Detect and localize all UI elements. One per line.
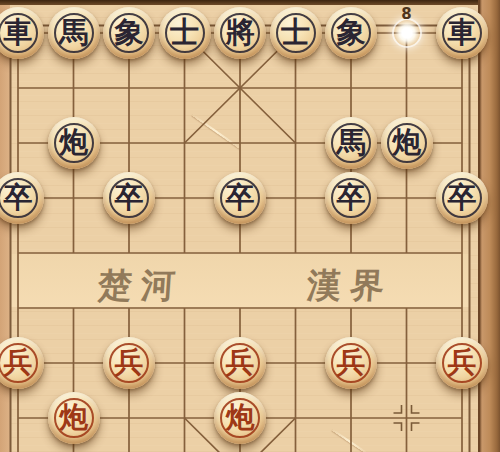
piece-glyph: 卒 bbox=[103, 172, 155, 224]
xiangqi-board[interactable]: 楚河 漢界 8 車馬象士將士象車炮馬炮卒卒卒卒卒兵兵兵兵兵炮炮 bbox=[0, 0, 500, 452]
piece-black-soldier[interactable]: 卒 bbox=[325, 172, 377, 224]
piece-black-soldier[interactable]: 卒 bbox=[0, 172, 44, 224]
piece-glyph: 車 bbox=[436, 7, 488, 59]
piece-black-soldier[interactable]: 卒 bbox=[103, 172, 155, 224]
piece-glyph: 炮 bbox=[381, 117, 433, 169]
piece-black-advisor[interactable]: 士 bbox=[159, 7, 211, 59]
piece-red-soldier[interactable]: 兵 bbox=[436, 337, 488, 389]
piece-glyph: 卒 bbox=[436, 172, 488, 224]
piece-red-cannon[interactable]: 炮 bbox=[214, 392, 266, 444]
piece-black-chariot[interactable]: 車 bbox=[0, 7, 44, 59]
piece-glyph: 兵 bbox=[436, 337, 488, 389]
piece-glyph: 炮 bbox=[48, 117, 100, 169]
piece-glyph: 士 bbox=[159, 7, 211, 59]
piece-glyph: 象 bbox=[325, 7, 377, 59]
piece-glyph: 士 bbox=[270, 7, 322, 59]
piece-glyph: 卒 bbox=[325, 172, 377, 224]
piece-glyph: 兵 bbox=[103, 337, 155, 389]
piece-glyph: 兵 bbox=[325, 337, 377, 389]
piece-glyph: 車 bbox=[0, 7, 44, 59]
file-number-label: 8 bbox=[392, 5, 422, 23]
piece-glyph: 炮 bbox=[48, 392, 100, 444]
piece-black-elephant[interactable]: 象 bbox=[325, 7, 377, 59]
piece-red-cannon[interactable]: 炮 bbox=[48, 392, 100, 444]
piece-glyph: 卒 bbox=[0, 172, 44, 224]
piece-black-general[interactable]: 將 bbox=[214, 7, 266, 59]
piece-black-cannon[interactable]: 炮 bbox=[48, 117, 100, 169]
piece-glyph: 馬 bbox=[48, 7, 100, 59]
piece-glyph: 將 bbox=[214, 7, 266, 59]
piece-black-cannon[interactable]: 炮 bbox=[381, 117, 433, 169]
piece-glyph: 炮 bbox=[214, 392, 266, 444]
piece-glyph: 卒 bbox=[214, 172, 266, 224]
piece-red-soldier[interactable]: 兵 bbox=[103, 337, 155, 389]
piece-glyph: 馬 bbox=[325, 117, 377, 169]
piece-glyph: 兵 bbox=[0, 337, 44, 389]
piece-glyph: 象 bbox=[103, 7, 155, 59]
piece-black-advisor[interactable]: 士 bbox=[270, 7, 322, 59]
piece-black-elephant[interactable]: 象 bbox=[103, 7, 155, 59]
river-label-right: 漢界 bbox=[306, 268, 394, 302]
piece-red-soldier[interactable]: 兵 bbox=[0, 337, 44, 389]
piece-black-horse[interactable]: 馬 bbox=[48, 7, 100, 59]
piece-black-horse[interactable]: 馬 bbox=[325, 117, 377, 169]
piece-glyph: 兵 bbox=[214, 337, 266, 389]
piece-black-chariot[interactable]: 車 bbox=[436, 7, 488, 59]
river-label-left: 楚河 bbox=[97, 268, 185, 302]
piece-black-soldier[interactable]: 卒 bbox=[214, 172, 266, 224]
piece-red-soldier[interactable]: 兵 bbox=[325, 337, 377, 389]
piece-black-soldier[interactable]: 卒 bbox=[436, 172, 488, 224]
piece-red-soldier[interactable]: 兵 bbox=[214, 337, 266, 389]
